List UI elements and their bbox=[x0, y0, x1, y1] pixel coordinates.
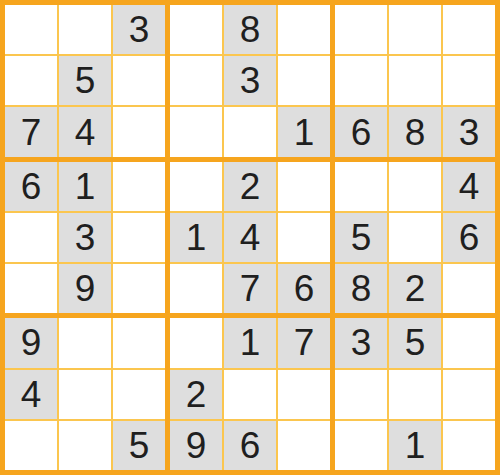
cell-r8c8[interactable] bbox=[389, 370, 441, 419]
cell-r9c8: 1 bbox=[389, 421, 441, 470]
cell-r5c3[interactable] bbox=[113, 213, 165, 262]
cell-r8c6[interactable] bbox=[278, 370, 330, 419]
cell-r9c7[interactable] bbox=[335, 421, 387, 470]
cell-r9c4: 9 bbox=[170, 421, 222, 470]
cell-r5c6[interactable] bbox=[278, 213, 330, 262]
cell-r4c9: 4 bbox=[443, 162, 495, 211]
cell-r1c8[interactable] bbox=[389, 5, 441, 54]
cell-r3c6: 1 bbox=[278, 107, 330, 156]
cell-r9c1[interactable] bbox=[5, 421, 57, 470]
cell-r8c5[interactable] bbox=[224, 370, 276, 419]
cell-r7c1: 9 bbox=[5, 318, 57, 367]
sudoku-board: 35748316836139214764568294517296351 bbox=[0, 0, 500, 475]
sudoku-box-1-1: 21476 bbox=[170, 162, 330, 314]
cell-r5c1[interactable] bbox=[5, 213, 57, 262]
cell-r9c3: 5 bbox=[113, 421, 165, 470]
cell-r3c9: 3 bbox=[443, 107, 495, 156]
cell-r3c3[interactable] bbox=[113, 107, 165, 156]
cell-r6c9[interactable] bbox=[443, 264, 495, 313]
cell-r8c9[interactable] bbox=[443, 370, 495, 419]
cell-r3c7: 6 bbox=[335, 107, 387, 156]
cell-r5c9: 6 bbox=[443, 213, 495, 262]
cell-r7c8: 5 bbox=[389, 318, 441, 367]
cell-r3c5[interactable] bbox=[224, 107, 276, 156]
cell-r5c7: 5 bbox=[335, 213, 387, 262]
cell-r8c4: 2 bbox=[170, 370, 222, 419]
cell-r4c6[interactable] bbox=[278, 162, 330, 211]
cell-r2c9[interactable] bbox=[443, 56, 495, 105]
cell-r4c3[interactable] bbox=[113, 162, 165, 211]
cell-r5c8[interactable] bbox=[389, 213, 441, 262]
cell-r9c9[interactable] bbox=[443, 421, 495, 470]
cell-r2c5: 3 bbox=[224, 56, 276, 105]
cell-r1c5: 8 bbox=[224, 5, 276, 54]
cell-r3c4[interactable] bbox=[170, 107, 222, 156]
sudoku-box-0-0: 3574 bbox=[5, 5, 165, 157]
cell-r7c3[interactable] bbox=[113, 318, 165, 367]
cell-r7c4[interactable] bbox=[170, 318, 222, 367]
cell-r1c2[interactable] bbox=[59, 5, 111, 54]
cell-r8c7[interactable] bbox=[335, 370, 387, 419]
sudoku-box-2-1: 17296 bbox=[170, 318, 330, 470]
sudoku-box-2-2: 351 bbox=[335, 318, 495, 470]
cell-r7c5: 1 bbox=[224, 318, 276, 367]
cell-r7c7: 3 bbox=[335, 318, 387, 367]
cell-r8c2[interactable] bbox=[59, 370, 111, 419]
sudoku-box-1-0: 6139 bbox=[5, 162, 165, 314]
cell-r2c8[interactable] bbox=[389, 56, 441, 105]
sudoku-box-0-2: 683 bbox=[335, 5, 495, 157]
cell-r4c1: 6 bbox=[5, 162, 57, 211]
cell-r3c8: 8 bbox=[389, 107, 441, 156]
cell-r1c4[interactable] bbox=[170, 5, 222, 54]
cell-r3c2: 4 bbox=[59, 107, 111, 156]
cell-r6c1[interactable] bbox=[5, 264, 57, 313]
cell-r6c6: 6 bbox=[278, 264, 330, 313]
cell-r5c5: 4 bbox=[224, 213, 276, 262]
cell-r5c2: 3 bbox=[59, 213, 111, 262]
cell-r2c1[interactable] bbox=[5, 56, 57, 105]
cell-r8c1: 4 bbox=[5, 370, 57, 419]
cell-r2c3[interactable] bbox=[113, 56, 165, 105]
cell-r6c5: 7 bbox=[224, 264, 276, 313]
cell-r5c4: 1 bbox=[170, 213, 222, 262]
cell-r1c6[interactable] bbox=[278, 5, 330, 54]
sudoku-box-2-0: 945 bbox=[5, 318, 165, 470]
cell-r1c1[interactable] bbox=[5, 5, 57, 54]
cell-r7c2[interactable] bbox=[59, 318, 111, 367]
cell-r7c9[interactable] bbox=[443, 318, 495, 367]
cell-r4c2: 1 bbox=[59, 162, 111, 211]
cell-r6c2: 9 bbox=[59, 264, 111, 313]
cell-r4c7[interactable] bbox=[335, 162, 387, 211]
cell-r6c4[interactable] bbox=[170, 264, 222, 313]
cell-r1c7[interactable] bbox=[335, 5, 387, 54]
cell-r2c7[interactable] bbox=[335, 56, 387, 105]
cell-r2c2: 5 bbox=[59, 56, 111, 105]
cell-r2c6[interactable] bbox=[278, 56, 330, 105]
cell-r6c8: 2 bbox=[389, 264, 441, 313]
cell-r9c5: 6 bbox=[224, 421, 276, 470]
cell-r9c6[interactable] bbox=[278, 421, 330, 470]
cell-r6c7: 8 bbox=[335, 264, 387, 313]
cell-r9c2[interactable] bbox=[59, 421, 111, 470]
cell-r6c3[interactable] bbox=[113, 264, 165, 313]
cell-r7c6: 7 bbox=[278, 318, 330, 367]
sudoku-box-1-2: 45682 bbox=[335, 162, 495, 314]
cell-r2c4[interactable] bbox=[170, 56, 222, 105]
cell-r1c3: 3 bbox=[113, 5, 165, 54]
cell-r4c8[interactable] bbox=[389, 162, 441, 211]
cell-r4c5: 2 bbox=[224, 162, 276, 211]
cell-r1c9[interactable] bbox=[443, 5, 495, 54]
cell-r4c4[interactable] bbox=[170, 162, 222, 211]
sudoku-box-0-1: 831 bbox=[170, 5, 330, 157]
cell-r8c3[interactable] bbox=[113, 370, 165, 419]
cell-r3c1: 7 bbox=[5, 107, 57, 156]
